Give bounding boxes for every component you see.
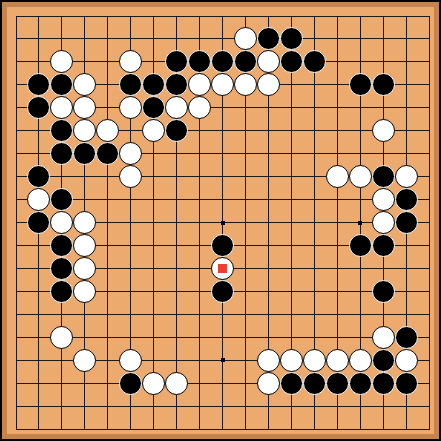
white-stone [73,257,96,280]
black-stone [280,50,303,73]
white-stone [50,50,73,73]
black-stone [27,211,50,234]
white-stone [50,326,73,349]
white-stone [395,349,418,372]
white-stone [73,349,96,372]
black-stone [27,165,50,188]
black-stone [50,234,73,257]
black-stone [349,372,372,395]
grid-line [16,38,430,39]
black-stone [96,142,119,165]
last-move-marker [218,264,227,273]
black-stone [303,372,326,395]
white-stone [188,96,211,119]
black-stone [165,50,188,73]
white-stone [73,211,96,234]
app-window [0,0,441,441]
white-stone [395,165,418,188]
black-stone [73,142,96,165]
white-stone [326,165,349,188]
grid-line [16,16,17,430]
white-stone [234,27,257,50]
black-stone [142,73,165,96]
white-stone [73,119,96,142]
black-stone [280,372,303,395]
black-stone [372,280,395,303]
white-stone [73,73,96,96]
black-stone [27,73,50,96]
black-stone [395,372,418,395]
black-stone [395,188,418,211]
white-stone [257,50,280,73]
white-stone [303,349,326,372]
white-stone [27,188,50,211]
grid-line [16,16,430,17]
white-stone [188,73,211,96]
grid-line [16,199,430,200]
black-stone [142,96,165,119]
white-stone [165,96,188,119]
go-board[interactable] [0,0,441,441]
black-stone [372,234,395,257]
white-stone [119,165,142,188]
white-stone [349,165,372,188]
black-stone [50,280,73,303]
white-stone [73,234,96,257]
star-point [358,221,362,225]
black-stone [372,73,395,96]
black-stone [372,372,395,395]
grid-line [16,429,430,430]
black-stone [303,50,326,73]
white-stone [349,349,372,372]
white-stone [119,50,142,73]
black-stone [119,73,142,96]
grid-line [16,314,430,315]
black-stone [50,188,73,211]
white-stone [165,372,188,395]
black-stone [211,234,234,257]
white-stone [50,211,73,234]
black-stone [165,119,188,142]
black-stone [280,27,303,50]
white-stone [119,142,142,165]
white-stone [119,349,142,372]
black-stone [349,73,372,96]
black-stone [188,50,211,73]
white-stone [73,96,96,119]
black-stone [326,372,349,395]
black-stone [395,326,418,349]
white-stone [119,96,142,119]
white-stone [73,280,96,303]
grid-line [16,406,430,407]
black-stone [211,50,234,73]
black-stone [395,211,418,234]
black-stone [50,119,73,142]
black-stone [27,96,50,119]
white-stone [372,211,395,234]
white-stone [211,257,234,280]
grid-line [107,16,108,430]
white-stone [50,96,73,119]
white-stone [257,349,280,372]
black-stone [119,372,142,395]
white-stone [257,73,280,96]
black-stone [349,234,372,257]
white-stone [372,188,395,211]
white-stone [257,372,280,395]
black-stone [372,165,395,188]
black-stone [50,142,73,165]
star-point [221,221,225,225]
white-stone [96,119,119,142]
star-point [221,358,225,362]
white-stone [142,372,165,395]
black-stone [165,73,188,96]
black-stone [257,27,280,50]
white-stone [142,119,165,142]
black-stone [211,280,234,303]
white-stone [280,349,303,372]
black-stone [50,73,73,96]
white-stone [326,349,349,372]
grid-line [16,337,430,338]
white-stone [234,73,257,96]
white-stone [372,326,395,349]
black-stone [372,349,395,372]
white-stone [372,119,395,142]
grid-line [429,16,430,430]
black-stone [234,50,257,73]
black-stone [50,257,73,280]
white-stone [211,73,234,96]
